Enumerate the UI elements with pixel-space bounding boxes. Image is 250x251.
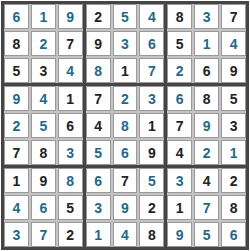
cell-r6c8[interactable]: 2 <box>194 140 219 165</box>
cell-r7c6[interactable]: 5 <box>139 168 164 193</box>
cell-r6c5[interactable]: 6 <box>113 140 138 165</box>
cell-r5c7[interactable]: 7 <box>167 113 192 138</box>
cell-r8c3[interactable]: 5 <box>58 195 83 220</box>
cell-r4c5[interactable]: 2 <box>113 86 138 111</box>
cell-r8c9[interactable]: 8 <box>221 195 246 220</box>
cell-r1c8[interactable]: 3 <box>194 4 219 29</box>
cell-r6c4[interactable]: 5 <box>86 140 111 165</box>
cell-r8c2[interactable]: 6 <box>31 195 56 220</box>
cell-r9c4[interactable]: 1 <box>86 222 111 247</box>
cell-r7c1[interactable]: 1 <box>4 168 29 193</box>
sudoku-box-2: 254936817 <box>86 4 165 83</box>
cell-r3c9[interactable]: 9 <box>221 58 246 83</box>
cell-r6c7[interactable]: 4 <box>167 140 192 165</box>
cell-r5c8[interactable]: 9 <box>194 113 219 138</box>
sudoku-board: 6198275342549368178375142699412567837234… <box>1 1 249 250</box>
cell-r9c9[interactable]: 6 <box>221 222 246 247</box>
cell-r3c1[interactable]: 5 <box>4 58 29 83</box>
sudoku-box-7: 198465372 <box>4 168 83 247</box>
cell-r4c3[interactable]: 1 <box>58 86 83 111</box>
cell-r7c8[interactable]: 4 <box>194 168 219 193</box>
cell-r4c9[interactable]: 5 <box>221 86 246 111</box>
cell-r7c2[interactable]: 9 <box>31 168 56 193</box>
cell-r3c6[interactable]: 7 <box>139 58 164 83</box>
sudoku-box-5: 723481569 <box>86 86 165 165</box>
cell-r7c3[interactable]: 8 <box>58 168 83 193</box>
cell-r2c3[interactable]: 7 <box>58 31 83 56</box>
sudoku-box-6: 685793421 <box>167 86 246 165</box>
sudoku-box-9: 342178956 <box>167 168 246 247</box>
cell-r9c5[interactable]: 4 <box>113 222 138 247</box>
cell-r6c3[interactable]: 3 <box>58 140 83 165</box>
cell-r6c1[interactable]: 7 <box>4 140 29 165</box>
cell-r5c3[interactable]: 6 <box>58 113 83 138</box>
cell-r2c9[interactable]: 4 <box>221 31 246 56</box>
cell-r4c2[interactable]: 4 <box>31 86 56 111</box>
cell-r2c8[interactable]: 1 <box>194 31 219 56</box>
cell-r4c4[interactable]: 7 <box>86 86 111 111</box>
cell-r5c2[interactable]: 5 <box>31 113 56 138</box>
cell-r4c6[interactable]: 3 <box>139 86 164 111</box>
cell-r9c3[interactable]: 2 <box>58 222 83 247</box>
cell-r8c5[interactable]: 9 <box>113 195 138 220</box>
cell-r3c5[interactable]: 1 <box>113 58 138 83</box>
cell-r9c1[interactable]: 3 <box>4 222 29 247</box>
cell-r6c6[interactable]: 9 <box>139 140 164 165</box>
cell-r8c4[interactable]: 3 <box>86 195 111 220</box>
cell-r9c7[interactable]: 9 <box>167 222 192 247</box>
cell-r2c1[interactable]: 8 <box>4 31 29 56</box>
cell-r1c3[interactable]: 9 <box>58 4 83 29</box>
cell-r7c7[interactable]: 3 <box>167 168 192 193</box>
cell-r2c4[interactable]: 9 <box>86 31 111 56</box>
cell-r2c6[interactable]: 6 <box>139 31 164 56</box>
sudoku-box-4: 941256783 <box>4 86 83 165</box>
cell-r1c2[interactable]: 1 <box>31 4 56 29</box>
cell-r8c6[interactable]: 2 <box>139 195 164 220</box>
cell-r1c5[interactable]: 5 <box>113 4 138 29</box>
cell-r1c1[interactable]: 6 <box>4 4 29 29</box>
cell-r7c5[interactable]: 7 <box>113 168 138 193</box>
cell-r5c9[interactable]: 3 <box>221 113 246 138</box>
cell-r1c7[interactable]: 8 <box>167 4 192 29</box>
cell-r5c6[interactable]: 1 <box>139 113 164 138</box>
cell-r3c3[interactable]: 4 <box>58 58 83 83</box>
cell-r4c7[interactable]: 6 <box>167 86 192 111</box>
cell-r9c6[interactable]: 8 <box>139 222 164 247</box>
cell-r9c8[interactable]: 5 <box>194 222 219 247</box>
cell-r4c8[interactable]: 8 <box>194 86 219 111</box>
cell-r1c4[interactable]: 2 <box>86 4 111 29</box>
cell-r5c5[interactable]: 8 <box>113 113 138 138</box>
cell-r9c2[interactable]: 7 <box>31 222 56 247</box>
sudoku-box-1: 619827534 <box>4 4 83 83</box>
cell-r4c1[interactable]: 9 <box>4 86 29 111</box>
cell-r1c9[interactable]: 7 <box>221 4 246 29</box>
cell-r8c1[interactable]: 4 <box>4 195 29 220</box>
cell-r6c9[interactable]: 1 <box>221 140 246 165</box>
cell-r6c2[interactable]: 8 <box>31 140 56 165</box>
cell-r5c4[interactable]: 4 <box>86 113 111 138</box>
sudoku-box-3: 837514269 <box>167 4 246 83</box>
cell-r3c2[interactable]: 3 <box>31 58 56 83</box>
cell-r3c4[interactable]: 8 <box>86 58 111 83</box>
cell-r2c5[interactable]: 3 <box>113 31 138 56</box>
cell-r8c7[interactable]: 1 <box>167 195 192 220</box>
cell-r2c7[interactable]: 5 <box>167 31 192 56</box>
cell-r1c6[interactable]: 4 <box>139 4 164 29</box>
cell-r2c2[interactable]: 2 <box>31 31 56 56</box>
cell-r5c1[interactable]: 2 <box>4 113 29 138</box>
cell-r3c7[interactable]: 2 <box>167 58 192 83</box>
cell-r3c8[interactable]: 6 <box>194 58 219 83</box>
cell-r7c9[interactable]: 2 <box>221 168 246 193</box>
cell-r8c8[interactable]: 7 <box>194 195 219 220</box>
cell-r7c4[interactable]: 6 <box>86 168 111 193</box>
sudoku-box-8: 675392148 <box>86 168 165 247</box>
